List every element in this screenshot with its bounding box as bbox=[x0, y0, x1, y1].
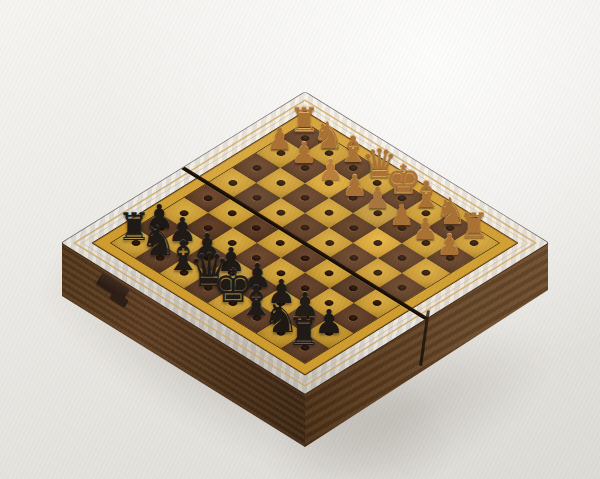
peg-hole bbox=[226, 179, 239, 187]
peg-hole bbox=[153, 224, 166, 232]
peg-hole bbox=[444, 254, 457, 262]
peg-hole bbox=[371, 179, 384, 187]
peg-hole bbox=[274, 239, 287, 247]
travel-chess-set-photo: ♜♞♝♛♚♝♞♜♟♟♟♟♟♟♟♟♟♟♟♟♟♟♟♟♜♞♝♛♚♝♞♜ bbox=[0, 0, 600, 479]
peg-hole bbox=[323, 299, 336, 307]
peg-hole bbox=[226, 209, 239, 217]
peg-hole bbox=[274, 149, 287, 157]
peg-hole bbox=[299, 194, 312, 202]
peg-hole bbox=[299, 224, 312, 232]
peg-hole bbox=[129, 239, 142, 247]
peg-hole bbox=[299, 344, 312, 352]
peg-hole bbox=[420, 239, 433, 247]
peg-hole bbox=[274, 299, 287, 307]
peg-hole bbox=[226, 299, 239, 307]
peg-hole bbox=[202, 194, 215, 202]
peg-hole bbox=[274, 269, 287, 277]
peg-hole bbox=[444, 224, 457, 232]
peg-hole bbox=[323, 179, 336, 187]
peg-hole bbox=[323, 209, 336, 217]
peg-hole bbox=[347, 284, 360, 292]
peg-hole bbox=[371, 209, 384, 217]
peg-hole bbox=[396, 254, 409, 262]
peg-hole bbox=[299, 254, 312, 262]
peg-hole bbox=[468, 239, 481, 247]
peg-hole bbox=[323, 239, 336, 247]
peg-hole bbox=[202, 284, 215, 292]
peg-hole bbox=[347, 194, 360, 202]
peg-hole bbox=[420, 269, 433, 277]
peg-hole bbox=[178, 239, 191, 247]
peg-hole bbox=[299, 284, 312, 292]
peg-hole bbox=[226, 239, 239, 247]
peg-hole bbox=[250, 284, 263, 292]
peg-hole bbox=[396, 284, 409, 292]
peg-hole bbox=[202, 254, 215, 262]
peg-hole bbox=[274, 179, 287, 187]
peg-hole bbox=[323, 269, 336, 277]
peg-hole bbox=[299, 314, 312, 322]
peg-hole bbox=[274, 209, 287, 217]
peg-hole bbox=[347, 314, 360, 322]
peg-hole bbox=[347, 164, 360, 172]
peg-hole bbox=[250, 224, 263, 232]
peg-hole bbox=[299, 134, 312, 142]
peg-hole bbox=[202, 224, 215, 232]
peg-hole bbox=[250, 194, 263, 202]
peg-hole bbox=[347, 254, 360, 262]
peg-hole bbox=[371, 299, 384, 307]
peg-hole bbox=[299, 164, 312, 172]
peg-hole bbox=[178, 209, 191, 217]
peg-hole bbox=[250, 314, 263, 322]
peg-hole bbox=[396, 194, 409, 202]
peg-hole bbox=[226, 269, 239, 277]
peg-hole bbox=[274, 329, 287, 337]
peg-hole bbox=[371, 239, 384, 247]
peg-hole bbox=[250, 254, 263, 262]
peg-hole bbox=[323, 149, 336, 157]
peg-hole bbox=[420, 209, 433, 217]
peg-hole bbox=[323, 329, 336, 337]
peg-hole bbox=[396, 224, 409, 232]
peg-hole bbox=[153, 254, 166, 262]
peg-hole bbox=[250, 164, 263, 172]
peg-hole bbox=[347, 224, 360, 232]
peg-hole bbox=[371, 269, 384, 277]
peg-hole bbox=[178, 269, 191, 277]
